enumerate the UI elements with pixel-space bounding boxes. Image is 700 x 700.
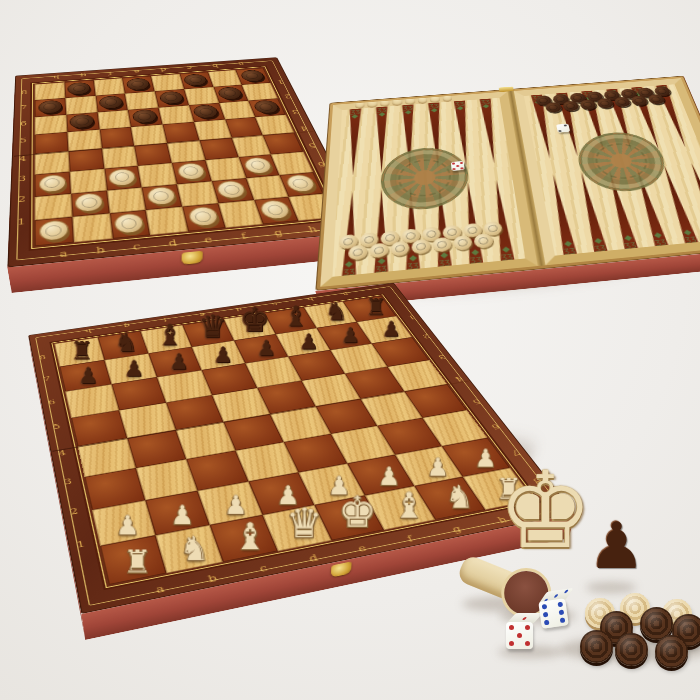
die-pip bbox=[553, 594, 558, 598]
loose-pieces-group: ♚♟ bbox=[0, 0, 700, 700]
die-front-face bbox=[538, 598, 568, 628]
die-pip bbox=[544, 619, 550, 625]
dice bbox=[506, 622, 533, 649]
die-front-face bbox=[506, 622, 533, 649]
loose-dark-checker bbox=[655, 635, 688, 668]
die-pip bbox=[563, 590, 568, 594]
die-pip bbox=[517, 633, 522, 638]
die-pip bbox=[557, 602, 563, 608]
die-pip bbox=[522, 617, 528, 620]
loose-white-king: ♚ bbox=[498, 458, 593, 564]
piece-shadow bbox=[586, 582, 636, 593]
loose-dark-pawn: ♟ bbox=[588, 514, 645, 578]
die-pip bbox=[559, 617, 565, 623]
loose-dark-checker bbox=[615, 633, 648, 666]
die-pip bbox=[525, 625, 530, 630]
product-photo-scene: abcdefghabcdefgh8765432187654321 ʒʒʒʒʒʒʒ… bbox=[0, 0, 700, 700]
die-pip bbox=[525, 641, 530, 646]
dice bbox=[538, 598, 568, 628]
die-pip bbox=[509, 641, 514, 646]
die-pip bbox=[558, 610, 564, 616]
loose-dark-checker bbox=[580, 630, 613, 663]
die-pip bbox=[543, 612, 549, 618]
die-pip bbox=[509, 625, 514, 630]
die-pip bbox=[542, 604, 548, 610]
